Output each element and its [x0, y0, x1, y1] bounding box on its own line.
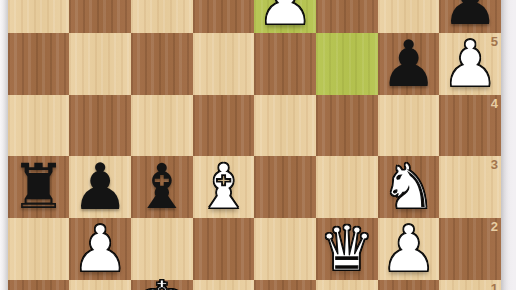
- white-pawn-icon[interactable]: ♟: [254, 0, 316, 33]
- black-pawn-icon[interactable]: ♟: [378, 33, 440, 95]
- square-g5[interactable]: ♟: [378, 33, 440, 95]
- square-h5[interactable]: 5♟: [439, 33, 501, 95]
- square-c4[interactable]: [131, 95, 193, 157]
- white-queen-icon[interactable]: ♛: [316, 218, 378, 280]
- square-a5[interactable]: [8, 33, 70, 95]
- square-a6[interactable]: [8, 0, 70, 33]
- black-pawn-icon[interactable]: ♟: [69, 156, 131, 218]
- square-h3[interactable]: 3: [439, 156, 501, 218]
- square-a2[interactable]: [8, 218, 70, 280]
- square-d6[interactable]: [193, 0, 255, 33]
- white-pawn-icon[interactable]: ♟: [69, 218, 131, 280]
- white-pawn-icon[interactable]: ♟: [439, 33, 501, 95]
- square-e5[interactable]: [254, 33, 316, 95]
- white-bishop-icon[interactable]: ♝: [193, 156, 255, 218]
- square-g3[interactable]: ♞: [378, 156, 440, 218]
- square-g2[interactable]: ♟: [378, 218, 440, 280]
- square-c3[interactable]: ♝: [131, 156, 193, 218]
- square-b2[interactable]: ♟: [69, 218, 131, 280]
- square-e4[interactable]: [254, 95, 316, 157]
- black-bishop-icon[interactable]: ♝: [131, 156, 193, 218]
- square-b5[interactable]: [69, 33, 131, 95]
- square-b1[interactable]: [69, 280, 131, 290]
- square-g1[interactable]: [378, 280, 440, 290]
- rank-label-2: 2: [491, 219, 498, 234]
- square-d2[interactable]: [193, 218, 255, 280]
- square-e1[interactable]: [254, 280, 316, 290]
- square-f3[interactable]: [316, 156, 378, 218]
- square-a1[interactable]: [8, 280, 70, 290]
- square-b6[interactable]: [69, 0, 131, 33]
- rank-label-3: 3: [491, 157, 498, 172]
- square-f1[interactable]: [316, 280, 378, 290]
- square-a3[interactable]: ♜: [8, 156, 70, 218]
- square-a4[interactable]: [8, 95, 70, 157]
- square-d1[interactable]: [193, 280, 255, 290]
- rank-label-4: 4: [491, 96, 498, 111]
- chess-board[interactable]: 87♟6♟♟5♟4♜♟♝♝♞3♟♛♟2♚1: [8, 0, 502, 290]
- square-e3[interactable]: [254, 156, 316, 218]
- square-h4[interactable]: 4: [439, 95, 501, 157]
- square-c6[interactable]: [131, 0, 193, 33]
- square-b3[interactable]: ♟: [69, 156, 131, 218]
- square-f6[interactable]: [316, 0, 378, 33]
- square-b4[interactable]: [69, 95, 131, 157]
- square-d5[interactable]: [193, 33, 255, 95]
- app-viewport: 87♟6♟♟5♟4♜♟♝♝♞3♟♛♟2♚1: [0, 0, 516, 290]
- white-knight-icon[interactable]: ♞: [378, 156, 440, 218]
- square-d4[interactable]: [193, 95, 255, 157]
- rank-label-1: 1: [491, 281, 498, 290]
- square-e6[interactable]: ♟: [254, 0, 316, 33]
- square-f2[interactable]: ♛: [316, 218, 378, 280]
- white-king-icon[interactable]: ♚: [131, 273, 193, 290]
- square-e2[interactable]: [254, 218, 316, 280]
- square-g4[interactable]: [378, 95, 440, 157]
- black-rook-icon[interactable]: ♜: [8, 156, 70, 218]
- square-f5[interactable]: [316, 33, 378, 95]
- square-h1[interactable]: 1: [439, 280, 501, 290]
- square-f4[interactable]: [316, 95, 378, 157]
- white-pawn-icon[interactable]: ♟: [378, 218, 440, 280]
- square-c1[interactable]: ♚: [131, 280, 193, 290]
- square-c5[interactable]: [131, 33, 193, 95]
- square-h2[interactable]: 2: [439, 218, 501, 280]
- square-d3[interactable]: ♝: [193, 156, 255, 218]
